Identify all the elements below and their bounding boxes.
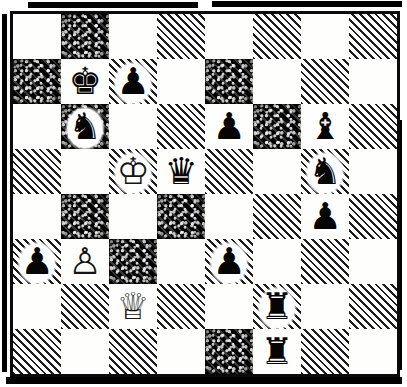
black-rook: ♜ (253, 329, 301, 374)
chess-board-frame: ♚♟♞♟♝♔♛♞♟♟♙♟♕♜♜ (10, 11, 400, 377)
square-h2 (349, 284, 397, 329)
square-d3 (157, 239, 205, 284)
scan-border-bottom (6, 377, 402, 384)
square-d8 (157, 14, 205, 59)
square-d5: ♛ (157, 149, 205, 194)
black-pawn: ♟ (205, 104, 253, 149)
square-e5 (205, 149, 253, 194)
black-pawn: ♟ (205, 239, 253, 284)
square-h4 (349, 194, 397, 239)
black-king: ♚ (61, 59, 109, 104)
square-d7 (157, 59, 205, 104)
black-rook: ♜ (253, 284, 301, 329)
square-h5 (349, 149, 397, 194)
square-c8 (109, 14, 157, 59)
square-a5 (13, 149, 61, 194)
square-a6 (13, 104, 61, 149)
square-c6 (109, 104, 157, 149)
square-e6: ♟ (205, 104, 253, 149)
white-pawn: ♙ (61, 239, 109, 284)
square-g2 (301, 284, 349, 329)
square-f3 (253, 239, 301, 284)
square-a8 (13, 14, 61, 59)
square-f7 (253, 59, 301, 104)
square-c2: ♕ (109, 284, 157, 329)
scanned-chess-diagram: ♚♟♞♟♝♔♛♞♟♟♙♟♕♜♜ (0, 0, 407, 387)
square-h7 (349, 59, 397, 104)
square-g7 (301, 59, 349, 104)
black-queen: ♛ (157, 149, 205, 194)
square-c4 (109, 194, 157, 239)
square-c3 (109, 239, 157, 284)
square-c5: ♔ (109, 149, 157, 194)
black-pawn: ♟ (301, 194, 349, 239)
black-pawn: ♟ (109, 59, 157, 104)
square-h3 (349, 239, 397, 284)
square-b6: ♞ (61, 104, 109, 149)
square-f1: ♜ (253, 329, 301, 374)
black-bishop: ♝ (301, 104, 349, 149)
square-f5 (253, 149, 301, 194)
square-b2 (61, 284, 109, 329)
square-f8 (253, 14, 301, 59)
square-e8 (205, 14, 253, 59)
square-b8 (61, 14, 109, 59)
scan-border-top-left (28, 2, 198, 8)
chess-board: ♚♟♞♟♝♔♛♞♟♟♙♟♕♜♜ (13, 14, 397, 374)
scan-border-top-right (212, 1, 402, 7)
square-a1 (13, 329, 61, 374)
square-h8 (349, 14, 397, 59)
square-c1 (109, 329, 157, 374)
square-a3: ♟ (13, 239, 61, 284)
square-f4 (253, 194, 301, 239)
square-d4 (157, 194, 205, 239)
square-e4 (205, 194, 253, 239)
square-e1 (205, 329, 253, 374)
square-a4 (13, 194, 61, 239)
square-g5: ♞ (301, 149, 349, 194)
black-pawn: ♟ (13, 239, 61, 284)
square-b1 (61, 329, 109, 374)
square-f6 (253, 104, 301, 149)
square-a2 (13, 284, 61, 329)
square-d6 (157, 104, 205, 149)
black-knight: ♞ (301, 149, 349, 194)
square-e7 (205, 59, 253, 104)
black-knight: ♞ (61, 104, 109, 149)
square-b5 (61, 149, 109, 194)
square-a7 (13, 59, 61, 104)
white-queen: ♕ (109, 284, 157, 329)
square-g1 (301, 329, 349, 374)
square-c7: ♟ (109, 59, 157, 104)
square-h1 (349, 329, 397, 374)
square-d1 (157, 329, 205, 374)
white-king: ♔ (109, 149, 157, 194)
square-h6 (349, 104, 397, 149)
square-f2: ♜ (253, 284, 301, 329)
scan-border-left (2, 14, 7, 372)
square-b7: ♚ (61, 59, 109, 104)
square-g8 (301, 14, 349, 59)
square-g6: ♝ (301, 104, 349, 149)
square-d2 (157, 284, 205, 329)
square-g4: ♟ (301, 194, 349, 239)
square-b3: ♙ (61, 239, 109, 284)
square-e3: ♟ (205, 239, 253, 284)
square-e2 (205, 284, 253, 329)
square-b4 (61, 194, 109, 239)
square-g3 (301, 239, 349, 284)
